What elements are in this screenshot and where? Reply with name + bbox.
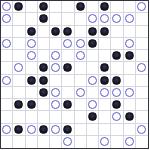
cell-r8c2[interactable] xyxy=(13,87,25,99)
black-pearl xyxy=(88,39,97,48)
white-pearl xyxy=(76,39,85,48)
cell-r3c6[interactable] xyxy=(62,26,74,38)
cell-r4c5[interactable] xyxy=(50,38,62,50)
cell-r12c4[interactable] xyxy=(38,136,50,148)
white-pearl xyxy=(112,112,121,121)
black-pearl xyxy=(39,88,48,97)
black-pearl xyxy=(100,63,109,72)
black-pearl xyxy=(39,125,48,134)
cell-r9c8[interactable] xyxy=(87,99,99,111)
cell-r2c12[interactable] xyxy=(136,13,148,25)
cell-r12c8[interactable] xyxy=(87,136,99,148)
black-pearl xyxy=(63,100,72,109)
cell-r2c5[interactable] xyxy=(50,13,62,25)
cell-r11c5[interactable] xyxy=(50,124,62,136)
black-pearl xyxy=(14,2,23,11)
white-pearl xyxy=(51,88,60,97)
cell-r3c5[interactable] xyxy=(50,26,62,38)
cell-r10c3[interactable] xyxy=(26,111,38,123)
cell-r10c2[interactable] xyxy=(13,111,25,123)
black-pearl xyxy=(27,27,36,36)
cell-r2c1[interactable] xyxy=(1,13,13,25)
cell-r7c6[interactable] xyxy=(62,75,74,87)
white-pearl xyxy=(100,137,109,146)
cell-r8c9[interactable] xyxy=(99,87,111,99)
black-pearl xyxy=(27,100,36,109)
cell-r9c4[interactable] xyxy=(38,99,50,111)
cell-r8c10[interactable] xyxy=(111,87,123,99)
white-pearl xyxy=(51,125,60,134)
black-pearl xyxy=(51,27,60,36)
cell-r10c10[interactable] xyxy=(111,111,123,123)
cell-r6c7[interactable] xyxy=(75,62,87,74)
black-pearl xyxy=(125,112,134,121)
cell-r4c1[interactable] xyxy=(1,38,13,50)
cell-r1c8[interactable] xyxy=(87,1,99,13)
cell-r7c5[interactable] xyxy=(50,75,62,87)
cell-r11c1[interactable] xyxy=(1,124,13,136)
black-pearl xyxy=(14,125,23,134)
cell-r10c9[interactable] xyxy=(99,111,111,123)
cell-r4c4[interactable] xyxy=(38,38,50,50)
black-pearl xyxy=(63,63,72,72)
cell-r11c7[interactable] xyxy=(75,124,87,136)
white-pearl xyxy=(125,14,134,23)
cell-r7c10[interactable] xyxy=(111,75,123,87)
black-pearl xyxy=(76,2,85,11)
cell-r1c7[interactable] xyxy=(75,1,87,13)
cell-r3c9[interactable] xyxy=(99,26,111,38)
cell-r5c3[interactable] xyxy=(26,50,38,62)
cell-r10c7[interactable] xyxy=(75,111,87,123)
cell-r2c11[interactable] xyxy=(124,13,136,25)
black-pearl xyxy=(88,112,97,121)
black-pearl xyxy=(63,27,72,36)
cell-r5c7[interactable] xyxy=(75,50,87,62)
cell-r6c4[interactable] xyxy=(38,62,50,74)
cell-r5c11[interactable] xyxy=(124,50,136,62)
white-pearl xyxy=(2,76,11,85)
cell-r4c10[interactable] xyxy=(111,38,123,50)
cell-r8c8[interactable] xyxy=(87,87,99,99)
black-pearl xyxy=(14,100,23,109)
white-pearl xyxy=(51,63,60,72)
white-pearl xyxy=(2,39,11,48)
cell-r9c10[interactable] xyxy=(111,99,123,111)
cell-r2c4[interactable] xyxy=(38,13,50,25)
cell-r4c11[interactable] xyxy=(124,38,136,50)
cell-r4c7[interactable] xyxy=(75,38,87,50)
black-pearl xyxy=(39,76,48,85)
white-pearl xyxy=(51,51,60,60)
cell-r7c7[interactable] xyxy=(75,75,87,87)
cell-r4c12[interactable] xyxy=(136,38,148,50)
black-pearl xyxy=(100,2,109,11)
cell-r11c8[interactable] xyxy=(87,124,99,136)
cell-r5c10[interactable] xyxy=(111,50,123,62)
cell-r2c6[interactable] xyxy=(62,13,74,25)
cell-r12c6[interactable] xyxy=(62,136,74,148)
cell-r4c9[interactable] xyxy=(99,38,111,50)
cell-r10c4[interactable] xyxy=(38,111,50,123)
white-pearl xyxy=(2,125,11,134)
cell-r12c10[interactable] xyxy=(111,136,123,148)
white-pearl xyxy=(125,88,134,97)
cell-r11c4[interactable] xyxy=(38,124,50,136)
white-pearl xyxy=(76,51,85,60)
cell-r9c12[interactable] xyxy=(136,99,148,111)
cell-r2c10[interactable] xyxy=(111,13,123,25)
cell-r1c3[interactable] xyxy=(26,1,38,13)
white-pearl xyxy=(51,100,60,109)
black-pearl xyxy=(88,27,97,36)
cell-r7c4[interactable] xyxy=(38,75,50,87)
cell-r6c12[interactable] xyxy=(136,62,148,74)
cell-r6c1[interactable] xyxy=(1,62,13,74)
cell-r1c1[interactable] xyxy=(1,1,13,13)
black-pearl xyxy=(112,100,121,109)
cell-r12c3[interactable] xyxy=(26,136,38,148)
cell-r1c4[interactable] xyxy=(38,1,50,13)
cell-r1c10[interactable] xyxy=(111,1,123,13)
cell-r3c2[interactable] xyxy=(13,26,25,38)
cell-r1c11[interactable] xyxy=(124,1,136,13)
white-pearl xyxy=(112,88,121,97)
cell-r1c12[interactable] xyxy=(136,1,148,13)
cell-r7c12[interactable] xyxy=(136,75,148,87)
cell-r12c12[interactable] xyxy=(136,136,148,148)
puzzle-board xyxy=(0,0,149,149)
cell-r8c7[interactable] xyxy=(75,87,87,99)
cell-r5c6[interactable] xyxy=(62,50,74,62)
cell-r12c9[interactable] xyxy=(99,136,111,148)
white-pearl xyxy=(88,100,97,109)
white-pearl xyxy=(2,14,11,23)
cell-r5c4[interactable] xyxy=(38,50,50,62)
cell-r3c8[interactable] xyxy=(87,26,99,38)
cell-r2c2[interactable] xyxy=(13,13,25,25)
cell-r4c2[interactable] xyxy=(13,38,25,50)
cell-r11c3[interactable] xyxy=(26,124,38,136)
cell-r9c2[interactable] xyxy=(13,99,25,111)
cell-r6c11[interactable] xyxy=(124,62,136,74)
cell-r12c1[interactable] xyxy=(1,136,13,148)
cell-r8c12[interactable] xyxy=(136,87,148,99)
cell-r6c6[interactable] xyxy=(62,62,74,74)
white-pearl xyxy=(63,137,72,146)
cell-r11c9[interactable] xyxy=(99,124,111,136)
cell-r4c8[interactable] xyxy=(87,38,99,50)
cell-r4c3[interactable] xyxy=(26,38,38,50)
cell-r9c11[interactable] xyxy=(124,99,136,111)
cell-r5c5[interactable] xyxy=(50,50,62,62)
cell-r9c6[interactable] xyxy=(62,99,74,111)
cell-r3c4[interactable] xyxy=(38,26,50,38)
white-pearl xyxy=(100,14,109,23)
white-pearl xyxy=(137,125,146,134)
cell-r8c11[interactable] xyxy=(124,87,136,99)
cell-r11c10[interactable] xyxy=(111,124,123,136)
black-pearl xyxy=(39,14,48,23)
cell-r7c1[interactable] xyxy=(1,75,13,87)
cell-r12c11[interactable] xyxy=(124,136,136,148)
cell-r7c8[interactable] xyxy=(87,75,99,87)
cell-r10c12[interactable] xyxy=(136,111,148,123)
puzzle-page xyxy=(0,0,150,150)
black-pearl xyxy=(112,51,121,60)
cell-r1c6[interactable] xyxy=(62,1,74,13)
white-pearl xyxy=(88,14,97,23)
cell-r2c3[interactable] xyxy=(26,13,38,25)
cell-r10c1[interactable] xyxy=(1,111,13,123)
cell-r8c6[interactable] xyxy=(62,87,74,99)
cell-r12c2[interactable] xyxy=(13,136,25,148)
cell-r3c1[interactable] xyxy=(1,26,13,38)
cell-r7c3[interactable] xyxy=(26,75,38,87)
cell-r5c2[interactable] xyxy=(13,50,25,62)
cell-r11c2[interactable] xyxy=(13,124,25,136)
cell-r8c4[interactable] xyxy=(38,87,50,99)
cell-r3c3[interactable] xyxy=(26,26,38,38)
white-pearl xyxy=(27,125,36,134)
cell-r2c7[interactable] xyxy=(75,13,87,25)
white-pearl xyxy=(112,14,121,23)
white-pearl xyxy=(100,88,109,97)
cell-r12c5[interactable] xyxy=(50,136,62,148)
white-pearl xyxy=(76,88,85,97)
cell-r1c5[interactable] xyxy=(50,1,62,13)
cell-r8c1[interactable] xyxy=(1,87,13,99)
cell-r8c3[interactable] xyxy=(26,87,38,99)
cell-r9c9[interactable] xyxy=(99,99,111,111)
cell-r11c11[interactable] xyxy=(124,124,136,136)
cell-r2c9[interactable] xyxy=(99,13,111,25)
cell-r10c6[interactable] xyxy=(62,111,74,123)
white-pearl xyxy=(137,2,146,11)
cell-r6c10[interactable] xyxy=(111,62,123,74)
cell-r5c1[interactable] xyxy=(1,50,13,62)
cell-r1c9[interactable] xyxy=(99,1,111,13)
cell-r11c6[interactable] xyxy=(62,124,74,136)
white-pearl xyxy=(63,39,72,48)
cell-r5c8[interactable] xyxy=(87,50,99,62)
cell-r7c9[interactable] xyxy=(99,75,111,87)
black-pearl xyxy=(63,125,72,134)
cell-r3c10[interactable] xyxy=(111,26,123,38)
white-pearl xyxy=(125,137,134,146)
cell-r6c5[interactable] xyxy=(50,62,62,74)
black-pearl xyxy=(27,76,36,85)
cell-r2c8[interactable] xyxy=(87,13,99,25)
cell-r10c11[interactable] xyxy=(124,111,136,123)
white-pearl xyxy=(125,39,134,48)
cell-r10c8[interactable] xyxy=(87,111,99,123)
cell-r6c3[interactable] xyxy=(26,62,38,74)
white-pearl xyxy=(137,63,146,72)
white-pearl xyxy=(27,39,36,48)
cell-r9c5[interactable] xyxy=(50,99,62,111)
cell-r3c7[interactable] xyxy=(75,26,87,38)
cell-r1c2[interactable] xyxy=(13,1,25,13)
black-pearl xyxy=(100,27,109,36)
cell-r9c7[interactable] xyxy=(75,99,87,111)
cell-r9c1[interactable] xyxy=(1,99,13,111)
white-pearl xyxy=(27,51,36,60)
cell-r10c5[interactable] xyxy=(50,111,62,123)
cell-r7c2[interactable] xyxy=(13,75,25,87)
cell-r7c11[interactable] xyxy=(124,75,136,87)
cell-r11c12[interactable] xyxy=(136,124,148,136)
black-pearl xyxy=(125,51,134,60)
white-pearl xyxy=(88,76,97,85)
black-pearl xyxy=(112,76,121,85)
cell-r5c9[interactable] xyxy=(99,50,111,62)
cell-r12c7[interactable] xyxy=(75,136,87,148)
cell-r6c8[interactable] xyxy=(87,62,99,74)
black-pearl xyxy=(39,63,48,72)
cell-r9c3[interactable] xyxy=(26,99,38,111)
cell-r4c6[interactable] xyxy=(62,38,74,50)
cell-r5c12[interactable] xyxy=(136,50,148,62)
cell-r6c2[interactable] xyxy=(13,62,25,74)
cell-r3c11[interactable] xyxy=(124,26,136,38)
black-pearl xyxy=(39,2,48,11)
cell-r8c5[interactable] xyxy=(50,87,62,99)
white-pearl xyxy=(2,2,11,11)
white-pearl xyxy=(14,63,23,72)
black-pearl xyxy=(100,76,109,85)
cell-r6c9[interactable] xyxy=(99,62,111,74)
cell-r3c12[interactable] xyxy=(136,26,148,38)
